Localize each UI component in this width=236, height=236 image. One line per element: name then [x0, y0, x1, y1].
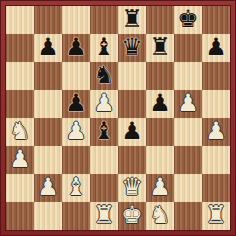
white-queen-icon: ♛ [121, 175, 143, 199]
square-c2[interactable]: ♝ [62, 174, 90, 202]
square-g3[interactable] [174, 146, 202, 174]
square-g7[interactable] [174, 34, 202, 62]
black-bishop-icon: ♝ [93, 119, 115, 143]
square-f8[interactable] [146, 6, 174, 34]
square-e8[interactable]: ♜ [118, 6, 146, 34]
board-frame: ♜♚♟♟♝♛♜♟♞♟♟♟♟♞♟♝♟♟♟♟♝♛♟♜♚♞♜ [0, 0, 236, 236]
square-b3[interactable] [34, 146, 62, 174]
square-f2[interactable]: ♟ [146, 174, 174, 202]
square-d6[interactable]: ♞ [90, 62, 118, 90]
square-b7[interactable]: ♟ [34, 34, 62, 62]
square-c6[interactable] [62, 62, 90, 90]
white-pawn-icon: ♟ [65, 119, 87, 143]
square-c1[interactable] [62, 202, 90, 230]
white-pawn-icon: ♟ [177, 91, 199, 115]
square-b8[interactable] [34, 6, 62, 34]
square-g6[interactable] [174, 62, 202, 90]
square-e4[interactable]: ♟ [118, 118, 146, 146]
black-knight-icon: ♞ [93, 63, 115, 87]
black-pawn-icon: ♟ [65, 35, 87, 59]
square-h1[interactable]: ♜ [202, 202, 230, 230]
square-e5[interactable] [118, 90, 146, 118]
square-d8[interactable] [90, 6, 118, 34]
square-b6[interactable] [34, 62, 62, 90]
white-pawn-icon: ♟ [205, 119, 227, 143]
chess-board: ♜♚♟♟♝♛♜♟♞♟♟♟♟♞♟♝♟♟♟♟♝♛♟♜♚♞♜ [6, 6, 230, 230]
square-c8[interactable] [62, 6, 90, 34]
square-d7[interactable]: ♝ [90, 34, 118, 62]
black-bishop-icon: ♝ [93, 35, 115, 59]
white-pawn-icon: ♟ [9, 147, 31, 171]
square-d5[interactable]: ♟ [90, 90, 118, 118]
square-a4[interactable]: ♞ [6, 118, 34, 146]
square-h8[interactable] [202, 6, 230, 34]
square-c7[interactable]: ♟ [62, 34, 90, 62]
square-a7[interactable] [6, 34, 34, 62]
square-e2[interactable]: ♛ [118, 174, 146, 202]
square-g4[interactable] [174, 118, 202, 146]
square-a8[interactable] [6, 6, 34, 34]
square-a5[interactable] [6, 90, 34, 118]
black-rook-icon: ♜ [121, 7, 143, 31]
square-a6[interactable] [6, 62, 34, 90]
black-king-icon: ♚ [177, 7, 199, 31]
black-queen-icon: ♛ [121, 35, 143, 59]
square-c4[interactable]: ♟ [62, 118, 90, 146]
white-king-icon: ♚ [121, 203, 143, 227]
square-a3[interactable]: ♟ [6, 146, 34, 174]
square-h4[interactable]: ♟ [202, 118, 230, 146]
black-pawn-icon: ♟ [149, 91, 171, 115]
square-f4[interactable] [146, 118, 174, 146]
square-h6[interactable] [202, 62, 230, 90]
square-d2[interactable] [90, 174, 118, 202]
square-e3[interactable] [118, 146, 146, 174]
white-pawn-icon: ♟ [149, 175, 171, 199]
square-f3[interactable] [146, 146, 174, 174]
square-c3[interactable] [62, 146, 90, 174]
square-b5[interactable] [34, 90, 62, 118]
square-d1[interactable]: ♜ [90, 202, 118, 230]
square-g5[interactable]: ♟ [174, 90, 202, 118]
square-g8[interactable]: ♚ [174, 6, 202, 34]
square-g1[interactable] [174, 202, 202, 230]
square-d3[interactable] [90, 146, 118, 174]
white-knight-icon: ♞ [149, 203, 171, 227]
white-pawn-icon: ♟ [93, 91, 115, 115]
square-e1[interactable]: ♚ [118, 202, 146, 230]
square-e7[interactable]: ♛ [118, 34, 146, 62]
square-g2[interactable] [174, 174, 202, 202]
square-b4[interactable] [34, 118, 62, 146]
square-f7[interactable]: ♜ [146, 34, 174, 62]
square-e6[interactable] [118, 62, 146, 90]
square-h3[interactable] [202, 146, 230, 174]
square-c5[interactable]: ♟ [62, 90, 90, 118]
square-f5[interactable]: ♟ [146, 90, 174, 118]
white-knight-icon: ♞ [9, 119, 31, 143]
square-b1[interactable] [34, 202, 62, 230]
white-pawn-icon: ♟ [37, 175, 59, 199]
square-h5[interactable] [202, 90, 230, 118]
square-d4[interactable]: ♝ [90, 118, 118, 146]
black-pawn-icon: ♟ [121, 119, 143, 143]
square-f6[interactable] [146, 62, 174, 90]
square-h2[interactable] [202, 174, 230, 202]
square-a1[interactable] [6, 202, 34, 230]
black-pawn-icon: ♟ [37, 35, 59, 59]
black-pawn-icon: ♟ [205, 35, 227, 59]
white-rook-icon: ♜ [205, 203, 227, 227]
black-pawn-icon: ♟ [65, 91, 87, 115]
black-rook-icon: ♜ [149, 35, 171, 59]
white-bishop-icon: ♝ [65, 175, 87, 199]
square-h7[interactable]: ♟ [202, 34, 230, 62]
square-b2[interactable]: ♟ [34, 174, 62, 202]
square-f1[interactable]: ♞ [146, 202, 174, 230]
square-a2[interactable] [6, 174, 34, 202]
white-rook-icon: ♜ [93, 203, 115, 227]
